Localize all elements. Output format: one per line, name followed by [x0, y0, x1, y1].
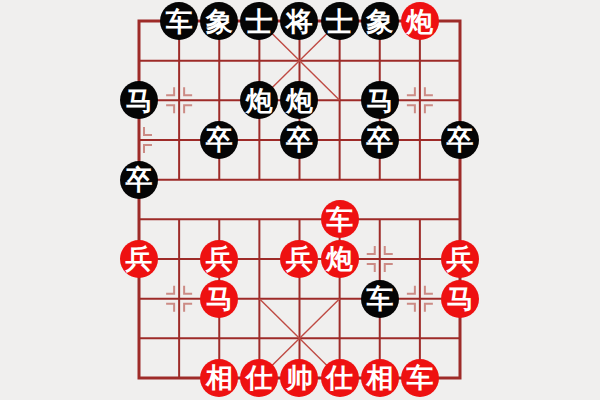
board-point-1-9[interactable]: [159, 358, 199, 398]
board-point-6-5[interactable]: [360, 199, 400, 239]
board-point-4-8[interactable]: [279, 318, 319, 358]
piece-black-soldier[interactable]: 卒: [200, 121, 238, 159]
xiangqi-board: 车象士将士象炮马炮炮马卒卒卒卒卒车兵兵兵炮兵马车马相仕帅仕相车: [119, 1, 480, 398]
board-point-7-8[interactable]: [400, 318, 440, 358]
piece-black-soldier[interactable]: 卒: [280, 121, 318, 159]
piece-black-advisor[interactable]: 士: [240, 2, 278, 40]
board-point-3-5[interactable]: [239, 199, 279, 239]
board-point-6-4[interactable]: [360, 160, 400, 200]
board-point-4-4[interactable]: [279, 160, 319, 200]
board-point-6-6[interactable]: [360, 239, 400, 279]
piece-red-horse[interactable]: 马: [441, 280, 479, 318]
board-point-7-5[interactable]: [400, 199, 440, 239]
board-point-0-8[interactable]: [119, 318, 159, 358]
board-point-3-6[interactable]: [239, 239, 279, 279]
board-point-1-7[interactable]: [159, 279, 199, 319]
board-point-3-1[interactable]: [239, 41, 279, 81]
board-point-1-4[interactable]: [159, 160, 199, 200]
piece-red-elephant[interactable]: 相: [361, 359, 399, 397]
board-point-1-3[interactable]: [159, 120, 199, 160]
board-point-0-3[interactable]: [119, 120, 159, 160]
piece-red-chariot[interactable]: 车: [321, 200, 359, 238]
piece-red-soldier[interactable]: 兵: [120, 240, 158, 278]
piece-black-soldier[interactable]: 卒: [361, 121, 399, 159]
board-point-3-4[interactable]: [239, 160, 279, 200]
board-point-0-5[interactable]: [119, 199, 159, 239]
board-point-0-7[interactable]: [119, 279, 159, 319]
board-point-8-9[interactable]: [440, 358, 480, 398]
board-point-1-1[interactable]: [159, 41, 199, 81]
piece-black-cannon[interactable]: 炮: [280, 81, 318, 119]
piece-red-horse[interactable]: 马: [200, 280, 238, 318]
piece-black-chariot[interactable]: 车: [160, 2, 198, 40]
board-point-5-8[interactable]: [320, 318, 360, 358]
board-point-0-0[interactable]: [119, 1, 159, 41]
board-point-4-5[interactable]: [279, 199, 319, 239]
piece-red-chariot[interactable]: 车: [401, 359, 439, 397]
board-point-1-8[interactable]: [159, 318, 199, 358]
board-point-8-1[interactable]: [440, 41, 480, 81]
board-point-7-3[interactable]: [400, 120, 440, 160]
board-point-2-2[interactable]: [199, 81, 239, 121]
board-point-3-7[interactable]: [239, 279, 279, 319]
board-point-5-7[interactable]: [320, 279, 360, 319]
piece-red-general[interactable]: 帅: [280, 359, 318, 397]
piece-black-horse[interactable]: 马: [120, 81, 158, 119]
board-point-8-8[interactable]: [440, 318, 480, 358]
piece-red-cannon[interactable]: 炮: [321, 240, 359, 278]
piece-black-elephant[interactable]: 象: [361, 2, 399, 40]
board-point-8-2[interactable]: [440, 81, 480, 121]
piece-red-advisor[interactable]: 仕: [240, 359, 278, 397]
board-point-0-1[interactable]: [119, 41, 159, 81]
board-point-3-8[interactable]: [239, 318, 279, 358]
board-point-7-6[interactable]: [400, 239, 440, 279]
piece-black-horse[interactable]: 马: [361, 81, 399, 119]
piece-red-soldier[interactable]: 兵: [280, 240, 318, 278]
board-point-1-2[interactable]: [159, 81, 199, 121]
board-point-7-1[interactable]: [400, 41, 440, 81]
piece-red-soldier[interactable]: 兵: [441, 240, 479, 278]
board-point-8-0[interactable]: [440, 1, 480, 41]
board-point-7-2[interactable]: [400, 81, 440, 121]
piece-black-soldier[interactable]: 卒: [120, 161, 158, 199]
board-point-3-3[interactable]: [239, 120, 279, 160]
board-point-8-4[interactable]: [440, 160, 480, 200]
piece-black-cannon[interactable]: 炮: [240, 81, 278, 119]
piece-black-elephant[interactable]: 象: [200, 2, 238, 40]
board-point-1-6[interactable]: [159, 239, 199, 279]
piece-red-elephant[interactable]: 相: [200, 359, 238, 397]
piece-red-advisor[interactable]: 仕: [321, 359, 359, 397]
piece-red-soldier[interactable]: 兵: [200, 240, 238, 278]
piece-black-soldier[interactable]: 卒: [441, 121, 479, 159]
board-point-5-3[interactable]: [320, 120, 360, 160]
board-point-2-1[interactable]: [199, 41, 239, 81]
board-point-4-7[interactable]: [279, 279, 319, 319]
xiangqi-board-screenshot: 车象士将士象炮马炮炮马卒卒卒卒卒车兵兵兵炮兵马车马相仕帅仕相车: [0, 0, 600, 400]
piece-red-cannon[interactable]: 炮: [401, 2, 439, 40]
board-point-5-2[interactable]: [320, 81, 360, 121]
board-point-0-9[interactable]: [119, 358, 159, 398]
board-point-2-8[interactable]: [199, 318, 239, 358]
board-point-2-5[interactable]: [199, 199, 239, 239]
board-point-5-1[interactable]: [320, 41, 360, 81]
board-point-6-1[interactable]: [360, 41, 400, 81]
board-point-6-8[interactable]: [360, 318, 400, 358]
board-point-8-5[interactable]: [440, 199, 480, 239]
board-point-2-4[interactable]: [199, 160, 239, 200]
board-point-7-4[interactable]: [400, 160, 440, 200]
board-point-1-5[interactable]: [159, 199, 199, 239]
piece-black-advisor[interactable]: 士: [321, 2, 359, 40]
board-point-5-4[interactable]: [320, 160, 360, 200]
board-point-4-1[interactable]: [279, 41, 319, 81]
piece-black-chariot[interactable]: 车: [361, 280, 399, 318]
piece-black-general[interactable]: 将: [280, 2, 318, 40]
board-point-7-7[interactable]: [400, 279, 440, 319]
